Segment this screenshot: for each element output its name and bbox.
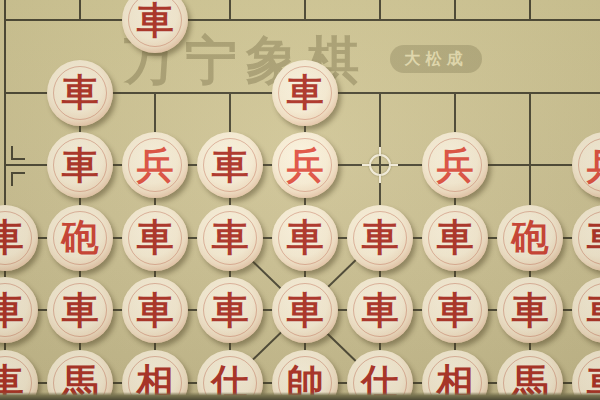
board-point[interactable]: 兵 [268,129,343,202]
piece-glyph: 車 [512,292,549,329]
piece-chariot[interactable]: 車 [122,277,188,343]
piece-glyph: 車 [212,219,249,256]
piece-glyph: 車 [587,219,600,256]
piece-chariot[interactable]: 車 [572,277,600,343]
piece-glyph: 車 [62,147,99,184]
piece-glyph: 車 [212,147,249,184]
board-point[interactable]: 車 [43,56,118,129]
piece-glyph: 車 [287,292,324,329]
board-point[interactable]: 車 [118,201,193,274]
piece-glyph: 車 [0,219,24,256]
piece-chariot[interactable]: 車 [47,60,113,126]
piece-chariot[interactable]: 車 [272,60,338,126]
piece-chariot[interactable]: 車 [122,205,188,271]
piece-glyph: 車 [137,2,174,39]
piece-glyph: 兵 [587,147,600,184]
piece-chariot[interactable]: 車 [197,205,263,271]
piece-glyph: 車 [212,292,249,329]
board-point[interactable]: 車 [0,274,43,347]
board-point[interactable]: 車 [493,274,568,347]
board-point[interactable]: 車 [268,274,343,347]
board-bottom-edge [0,392,600,400]
piece-chariot[interactable]: 車 [422,277,488,343]
piece-chariot[interactable]: 車 [197,277,263,343]
piece-glyph: 兵 [287,147,324,184]
piece-glyph: 兵 [437,147,474,184]
xiangqi-board[interactable]: 車車車車兵車兵兵兵車砲車車車車車砲車車車車車車車車車車車馬相仕帥仕相馬車 [0,0,600,400]
piece-glyph: 車 [62,74,99,111]
piece-cannon[interactable]: 砲 [47,205,113,271]
piece-chariot[interactable]: 車 [0,205,38,271]
piece-chariot[interactable]: 車 [0,277,38,343]
xiangqi-board-screen: 万宁象棋 大松成 車車車車兵車兵兵兵車砲車車車車車砲車車車車車車車車車車車馬相仕… [0,0,600,400]
board-point[interactable]: 兵 [118,129,193,202]
board-point[interactable]: 兵 [568,129,600,202]
piece-chariot[interactable]: 車 [272,205,338,271]
piece-glyph: 砲 [512,219,549,256]
piece-chariot[interactable]: 車 [497,277,563,343]
piece-chariot[interactable]: 車 [272,277,338,343]
board-point[interactable]: 車 [43,274,118,347]
board-point[interactable]: 車 [568,201,600,274]
board-point[interactable]: 車 [268,56,343,129]
piece-glyph: 車 [437,292,474,329]
board-point[interactable]: 車 [193,129,268,202]
piece-glyph: 車 [0,292,24,329]
board-point[interactable]: 砲 [43,201,118,274]
board-point[interactable]: 車 [568,274,600,347]
piece-cannon[interactable]: 砲 [497,205,563,271]
board-point[interactable]: 車 [268,201,343,274]
piece-glyph: 兵 [137,147,174,184]
piece-glyph: 車 [587,292,600,329]
board-point[interactable]: 車 [193,201,268,274]
board-point[interactable]: 車 [418,201,493,274]
board-point[interactable]: 車 [343,274,418,347]
piece-chariot[interactable]: 車 [422,205,488,271]
piece-chariot[interactable]: 車 [347,205,413,271]
piece-glyph: 車 [437,219,474,256]
piece-chariot[interactable]: 車 [347,277,413,343]
piece-glyph: 車 [62,292,99,329]
board-point[interactable]: 車 [418,274,493,347]
board-point[interactable]: 車 [343,201,418,274]
board-point[interactable]: 砲 [493,201,568,274]
piece-soldier[interactable]: 兵 [572,132,600,198]
piece-glyph: 車 [362,292,399,329]
piece-glyph: 車 [287,74,324,111]
board-point[interactable]: 車 [193,274,268,347]
piece-soldier[interactable]: 兵 [122,132,188,198]
board-point[interactable]: 兵 [418,129,493,202]
piece-glyph: 車 [362,219,399,256]
board-point[interactable]: 車 [43,129,118,202]
piece-soldier[interactable]: 兵 [422,132,488,198]
piece-glyph: 車 [287,219,324,256]
piece-chariot[interactable]: 車 [572,205,600,271]
piece-soldier[interactable]: 兵 [272,132,338,198]
board-point[interactable]: 車 [0,201,43,274]
piece-chariot[interactable]: 車 [47,277,113,343]
piece-chariot[interactable]: 車 [47,132,113,198]
piece-chariot[interactable]: 車 [197,132,263,198]
piece-glyph: 車 [137,292,174,329]
board-point[interactable]: 車 [118,0,193,56]
piece-chariot[interactable]: 車 [122,0,188,53]
piece-glyph: 砲 [62,219,99,256]
piece-glyph: 車 [137,219,174,256]
board-point[interactable]: 車 [118,274,193,347]
